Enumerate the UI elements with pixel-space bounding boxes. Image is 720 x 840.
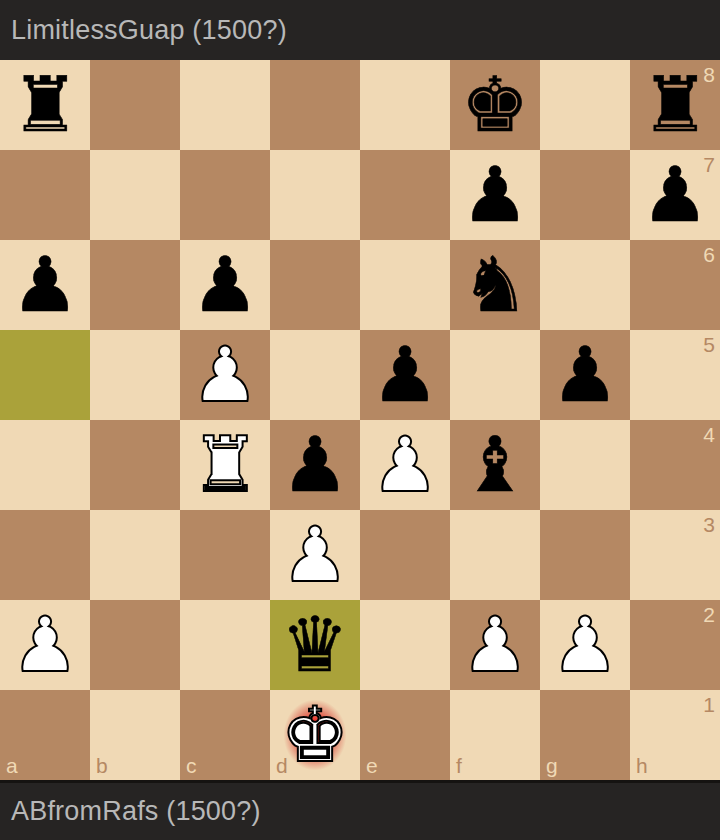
square-h8[interactable]: 8♜ <box>630 60 720 150</box>
square-c5[interactable]: ♟ <box>180 330 270 420</box>
bottom-player-bar: ABfromRafs (1500?) <box>0 780 720 840</box>
square-e8[interactable] <box>360 60 450 150</box>
square-h1[interactable]: 1h <box>630 690 720 780</box>
piece-white-pawn[interactable]: ♟ <box>371 420 439 510</box>
rank-label-1: 1 <box>703 694 715 715</box>
rank-label-2: 2 <box>703 604 715 625</box>
square-h4[interactable]: 4 <box>630 420 720 510</box>
square-a8[interactable]: ♜ <box>0 60 90 150</box>
square-f8[interactable]: ♚ <box>450 60 540 150</box>
chess-app: LimitlessGuap (1500?) ♜♚8♜♟7♟♟♟♞6♟♟♟5♜♟♟… <box>0 0 720 840</box>
file-label-a: a <box>6 755 18 776</box>
square-g7[interactable] <box>540 150 630 240</box>
square-d2[interactable]: ♛ <box>270 600 360 690</box>
file-label-c: c <box>186 755 197 776</box>
piece-white-pawn[interactable]: ♟ <box>281 510 349 600</box>
square-h2[interactable]: 2 <box>630 600 720 690</box>
square-a4[interactable] <box>0 420 90 510</box>
square-c6[interactable]: ♟ <box>180 240 270 330</box>
square-d5[interactable] <box>270 330 360 420</box>
piece-black-rook[interactable]: ♜ <box>11 60 79 150</box>
square-a2[interactable]: ♟ <box>0 600 90 690</box>
square-e7[interactable] <box>360 150 450 240</box>
piece-white-rook[interactable]: ♜ <box>191 420 259 510</box>
file-label-h: h <box>636 755 648 776</box>
square-c7[interactable] <box>180 150 270 240</box>
square-f6[interactable]: ♞ <box>450 240 540 330</box>
file-label-g: g <box>546 755 558 776</box>
top-player-bar: LimitlessGuap (1500?) <box>0 0 720 60</box>
square-f3[interactable] <box>450 510 540 600</box>
square-g8[interactable] <box>540 60 630 150</box>
piece-black-pawn[interactable]: ♟ <box>371 330 439 420</box>
square-h6[interactable]: 6 <box>630 240 720 330</box>
square-e4[interactable]: ♟ <box>360 420 450 510</box>
square-g3[interactable] <box>540 510 630 600</box>
piece-black-pawn[interactable]: ♟ <box>461 150 529 240</box>
piece-black-pawn[interactable]: ♟ <box>281 420 349 510</box>
bottom-player-name: ABfromRafs (1500?) <box>11 796 261 827</box>
square-c8[interactable] <box>180 60 270 150</box>
piece-white-pawn[interactable]: ♟ <box>461 600 529 690</box>
square-c1[interactable]: c <box>180 690 270 780</box>
square-b4[interactable] <box>90 420 180 510</box>
file-label-f: f <box>456 755 462 776</box>
square-c3[interactable] <box>180 510 270 600</box>
square-d7[interactable] <box>270 150 360 240</box>
square-b7[interactable] <box>90 150 180 240</box>
square-b2[interactable] <box>90 600 180 690</box>
square-g4[interactable] <box>540 420 630 510</box>
rank-label-4: 4 <box>703 424 715 445</box>
piece-black-pawn[interactable]: ♟ <box>11 240 79 330</box>
piece-black-knight[interactable]: ♞ <box>461 240 529 330</box>
square-d6[interactable] <box>270 240 360 330</box>
square-h5[interactable]: 5 <box>630 330 720 420</box>
square-b6[interactable] <box>90 240 180 330</box>
piece-black-rook[interactable]: ♜ <box>641 60 709 150</box>
square-a1[interactable]: a <box>0 690 90 780</box>
piece-black-pawn[interactable]: ♟ <box>191 240 259 330</box>
square-f2[interactable]: ♟ <box>450 600 540 690</box>
square-a3[interactable] <box>0 510 90 600</box>
piece-white-pawn[interactable]: ♟ <box>551 600 619 690</box>
square-e6[interactable] <box>360 240 450 330</box>
square-e1[interactable]: e <box>360 690 450 780</box>
piece-white-king[interactable]: ♚ <box>281 690 349 780</box>
square-g5[interactable]: ♟ <box>540 330 630 420</box>
square-d4[interactable]: ♟ <box>270 420 360 510</box>
square-a7[interactable] <box>0 150 90 240</box>
square-a5[interactable] <box>0 330 90 420</box>
square-d1[interactable]: d♚ <box>270 690 360 780</box>
piece-black-bishop[interactable]: ♝ <box>461 420 529 510</box>
square-c4[interactable]: ♜ <box>180 420 270 510</box>
square-b1[interactable]: b <box>90 690 180 780</box>
file-label-b: b <box>96 755 108 776</box>
piece-white-pawn[interactable]: ♟ <box>191 330 259 420</box>
chess-board: ♜♚8♜♟7♟♟♟♞6♟♟♟5♜♟♟♝4♟3♟♛♟♟2abcd♚efg1h <box>0 60 720 780</box>
square-e5[interactable]: ♟ <box>360 330 450 420</box>
square-c2[interactable] <box>180 600 270 690</box>
square-g6[interactable] <box>540 240 630 330</box>
square-a6[interactable]: ♟ <box>0 240 90 330</box>
piece-black-pawn[interactable]: ♟ <box>641 150 709 240</box>
rank-label-6: 6 <box>703 244 715 265</box>
square-d8[interactable] <box>270 60 360 150</box>
square-h3[interactable]: 3 <box>630 510 720 600</box>
piece-white-pawn[interactable]: ♟ <box>11 600 79 690</box>
rank-label-3: 3 <box>703 514 715 535</box>
square-b3[interactable] <box>90 510 180 600</box>
square-b8[interactable] <box>90 60 180 150</box>
square-h7[interactable]: 7♟ <box>630 150 720 240</box>
top-player-name: LimitlessGuap (1500?) <box>11 15 287 46</box>
square-g1[interactable]: g <box>540 690 630 780</box>
piece-black-pawn[interactable]: ♟ <box>551 330 619 420</box>
rank-label-5: 5 <box>703 334 715 355</box>
square-f7[interactable]: ♟ <box>450 150 540 240</box>
square-f5[interactable] <box>450 330 540 420</box>
square-d3[interactable]: ♟ <box>270 510 360 600</box>
square-f4[interactable]: ♝ <box>450 420 540 510</box>
square-e2[interactable] <box>360 600 450 690</box>
piece-black-king[interactable]: ♚ <box>461 60 529 150</box>
square-b5[interactable] <box>90 330 180 420</box>
square-g2[interactable]: ♟ <box>540 600 630 690</box>
piece-black-queen[interactable]: ♛ <box>281 600 349 690</box>
square-e3[interactable] <box>360 510 450 600</box>
file-label-e: e <box>366 755 378 776</box>
square-f1[interactable]: f <box>450 690 540 780</box>
